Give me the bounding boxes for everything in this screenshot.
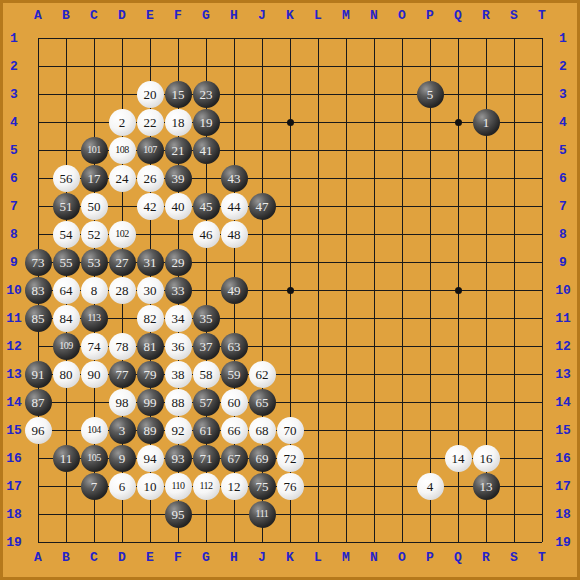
move-number: 75 [256, 480, 269, 493]
move-number: 52 [88, 228, 101, 241]
coord-label-right-2: 2 [559, 59, 567, 74]
coord-label-top-B: B [62, 8, 70, 23]
move-number: 98 [116, 396, 129, 409]
move-number: 99 [144, 396, 157, 409]
move-number: 30 [144, 284, 157, 297]
stone-black-51-B7[interactable]: 51 [53, 193, 80, 220]
stone-white-80-B13[interactable]: 80 [53, 361, 80, 388]
stone-white-56-B6[interactable]: 56 [53, 165, 80, 192]
move-number: 108 [115, 145, 129, 155]
move-number: 37 [200, 340, 213, 353]
stone-black-27-D9[interactable]: 27 [109, 249, 136, 276]
stone-black-29-F9[interactable]: 29 [165, 249, 192, 276]
coord-label-top-P: P [426, 8, 434, 23]
move-number: 74 [88, 340, 101, 353]
move-number: 2 [119, 116, 126, 129]
move-number: 80 [60, 368, 73, 381]
stone-black-15-F3[interactable]: 15 [165, 81, 192, 108]
stone-white-30-E10[interactable]: 30 [137, 277, 164, 304]
move-number: 36 [172, 340, 185, 353]
stone-black-75-J17[interactable]: 75 [249, 473, 276, 500]
move-number: 83 [32, 284, 45, 297]
stone-black-19-G4[interactable]: 19 [193, 109, 220, 136]
move-number: 34 [172, 312, 185, 325]
coord-label-left-7: 7 [10, 199, 18, 214]
move-number: 78 [116, 340, 129, 353]
stone-black-21-F5[interactable]: 21 [165, 137, 192, 164]
coord-label-left-4: 4 [10, 115, 18, 130]
move-number: 96 [32, 424, 45, 437]
move-number: 11 [60, 452, 73, 465]
stone-white-48-H8[interactable]: 48 [221, 221, 248, 248]
stone-white-52-C8[interactable]: 52 [81, 221, 108, 248]
move-number: 93 [172, 452, 185, 465]
stone-black-73-A9[interactable]: 73 [25, 249, 52, 276]
stone-black-1-R4[interactable]: 1 [473, 109, 500, 136]
move-number: 44 [228, 200, 241, 213]
stone-black-65-J14[interactable]: 65 [249, 389, 276, 416]
coord-label-right-5: 5 [559, 143, 567, 158]
move-number: 110 [171, 481, 184, 491]
stone-black-105-C16[interactable]: 105 [81, 445, 108, 472]
move-number: 10 [144, 480, 157, 493]
move-number: 46 [200, 228, 213, 241]
move-number: 15 [172, 88, 185, 101]
stone-white-40-F7[interactable]: 40 [165, 193, 192, 220]
stone-black-71-G16[interactable]: 71 [193, 445, 220, 472]
move-number: 48 [228, 228, 241, 241]
stone-white-104-C15[interactable]: 104 [81, 417, 108, 444]
stone-black-89-E15[interactable]: 89 [137, 417, 164, 444]
star-point-Q4 [455, 119, 462, 126]
stone-black-81-E12[interactable]: 81 [137, 333, 164, 360]
stone-white-4-P17[interactable]: 4 [417, 473, 444, 500]
move-number: 107 [143, 145, 157, 155]
coord-label-top-T: T [538, 8, 546, 23]
move-number: 105 [87, 453, 101, 463]
coord-label-top-Q: Q [454, 8, 462, 23]
stone-black-23-G3[interactable]: 23 [193, 81, 220, 108]
stone-white-84-B11[interactable]: 84 [53, 305, 80, 332]
star-point-K10 [287, 287, 294, 294]
coord-label-left-14: 14 [6, 395, 22, 410]
coord-label-top-C: C [90, 8, 98, 23]
stone-white-90-C13[interactable]: 90 [81, 361, 108, 388]
stone-white-18-F4[interactable]: 18 [165, 109, 192, 136]
move-number: 41 [200, 144, 213, 157]
stone-black-13-R17[interactable]: 13 [473, 473, 500, 500]
move-number: 62 [256, 368, 269, 381]
stone-white-24-D6[interactable]: 24 [109, 165, 136, 192]
coord-label-top-A: A [34, 8, 42, 23]
move-number: 43 [228, 172, 241, 185]
move-number: 50 [88, 200, 101, 213]
move-number: 72 [284, 452, 297, 465]
stone-white-82-E11[interactable]: 82 [137, 305, 164, 332]
move-number: 95 [172, 508, 185, 521]
stone-black-91-A13[interactable]: 91 [25, 361, 52, 388]
stone-white-112-G17[interactable]: 112 [193, 473, 220, 500]
move-number: 104 [87, 425, 101, 435]
coord-label-right-12: 12 [555, 339, 571, 354]
move-number: 90 [88, 368, 101, 381]
coord-label-right-6: 6 [559, 171, 567, 186]
move-number: 31 [144, 256, 157, 269]
stone-black-37-G12[interactable]: 37 [193, 333, 220, 360]
stone-white-110-F17[interactable]: 110 [165, 473, 192, 500]
move-number: 14 [452, 452, 465, 465]
move-number: 3 [119, 424, 126, 437]
move-number: 18 [172, 116, 185, 129]
stone-black-111-J18[interactable]: 111 [249, 501, 276, 528]
stone-black-113-C11[interactable]: 113 [81, 305, 108, 332]
move-number: 1 [483, 116, 490, 129]
move-number: 7 [91, 480, 98, 493]
coord-label-right-9: 9 [559, 255, 567, 270]
move-number: 53 [88, 256, 101, 269]
coord-label-top-E: E [146, 8, 154, 23]
move-number: 29 [172, 256, 185, 269]
coord-label-right-19: 19 [555, 535, 571, 550]
coord-label-top-M: M [342, 8, 350, 23]
stone-black-49-H10[interactable]: 49 [221, 277, 248, 304]
coord-label-left-19: 19 [6, 535, 22, 550]
stone-black-59-H13[interactable]: 59 [221, 361, 248, 388]
stone-black-5-P3[interactable]: 5 [417, 81, 444, 108]
stone-white-94-E16[interactable]: 94 [137, 445, 164, 472]
coord-label-left-5: 5 [10, 143, 18, 158]
move-number: 23 [200, 88, 213, 101]
stone-black-9-D16[interactable]: 9 [109, 445, 136, 472]
move-number: 39 [172, 172, 185, 185]
move-number: 4 [427, 480, 434, 493]
move-number: 81 [144, 340, 157, 353]
stone-white-28-D10[interactable]: 28 [109, 277, 136, 304]
move-number: 71 [200, 452, 213, 465]
coord-label-left-2: 2 [10, 59, 18, 74]
move-number: 87 [32, 396, 45, 409]
stone-white-92-F15[interactable]: 92 [165, 417, 192, 444]
coord-label-right-3: 3 [559, 87, 567, 102]
star-point-Q10 [455, 287, 462, 294]
coord-label-left-6: 6 [10, 171, 18, 186]
move-number: 92 [172, 424, 185, 437]
stone-black-41-G5[interactable]: 41 [193, 137, 220, 164]
move-number: 56 [60, 172, 73, 185]
move-number: 77 [116, 368, 129, 381]
coord-label-top-K: K [286, 8, 294, 23]
move-number: 40 [172, 200, 185, 213]
move-number: 85 [32, 312, 45, 325]
move-number: 9 [119, 452, 126, 465]
stone-black-99-E14[interactable]: 99 [137, 389, 164, 416]
stone-white-46-G8[interactable]: 46 [193, 221, 220, 248]
move-number: 20 [144, 88, 157, 101]
move-number: 73 [32, 256, 45, 269]
stone-white-42-E7[interactable]: 42 [137, 193, 164, 220]
stone-white-6-D17[interactable]: 6 [109, 473, 136, 500]
move-number: 65 [256, 396, 269, 409]
stone-black-95-F18[interactable]: 95 [165, 501, 192, 528]
coord-label-left-1: 1 [10, 31, 18, 46]
coord-label-top-N: N [370, 8, 378, 23]
stone-white-44-H7[interactable]: 44 [221, 193, 248, 220]
move-number: 55 [60, 256, 73, 269]
move-number: 47 [256, 200, 269, 213]
stone-black-33-F10[interactable]: 33 [165, 277, 192, 304]
move-number: 54 [60, 228, 73, 241]
go-board-app: AABBCCDDEEFFGGHHJJKKLLMMNNOOPPQQRRSSTT11… [0, 0, 580, 580]
move-number: 112 [199, 481, 212, 491]
move-number: 113 [87, 313, 100, 323]
stone-white-78-D12[interactable]: 78 [109, 333, 136, 360]
stone-white-96-A15[interactable]: 96 [25, 417, 52, 444]
stone-black-43-H6[interactable]: 43 [221, 165, 248, 192]
move-number: 16 [480, 452, 493, 465]
move-number: 49 [228, 284, 241, 297]
move-number: 101 [87, 145, 101, 155]
stone-black-77-D13[interactable]: 77 [109, 361, 136, 388]
move-number: 63 [228, 340, 241, 353]
stone-white-102-D8[interactable]: 102 [109, 221, 136, 248]
stone-black-93-F16[interactable]: 93 [165, 445, 192, 472]
coord-label-left-17: 17 [6, 479, 22, 494]
coord-label-top-O: O [398, 8, 406, 23]
stone-white-54-B8[interactable]: 54 [53, 221, 80, 248]
stone-white-108-D5[interactable]: 108 [109, 137, 136, 164]
stone-white-64-B10[interactable]: 64 [53, 277, 80, 304]
stone-white-68-J15[interactable]: 68 [249, 417, 276, 444]
coord-label-right-1: 1 [559, 31, 567, 46]
stone-black-45-G7[interactable]: 45 [193, 193, 220, 220]
stone-black-57-G14[interactable]: 57 [193, 389, 220, 416]
stone-black-79-E13[interactable]: 79 [137, 361, 164, 388]
coord-label-right-15: 15 [555, 423, 571, 438]
move-number: 58 [200, 368, 213, 381]
coord-label-top-F: F [174, 8, 182, 23]
move-number: 64 [60, 284, 73, 297]
move-number: 45 [200, 200, 213, 213]
stone-white-88-F14[interactable]: 88 [165, 389, 192, 416]
stone-white-58-G13[interactable]: 58 [193, 361, 220, 388]
move-number: 109 [59, 341, 73, 351]
move-number: 88 [172, 396, 185, 409]
coord-label-left-11: 11 [6, 311, 22, 326]
move-number: 22 [144, 116, 157, 129]
move-number: 61 [200, 424, 213, 437]
move-number: 111 [256, 509, 269, 519]
stone-white-34-F11[interactable]: 34 [165, 305, 192, 332]
coord-label-top-H: H [230, 8, 238, 23]
coord-label-left-3: 3 [10, 87, 18, 102]
move-number: 8 [91, 284, 98, 297]
coord-label-left-8: 8 [10, 227, 18, 242]
stone-black-35-G11[interactable]: 35 [193, 305, 220, 332]
stone-white-8-C10[interactable]: 8 [81, 277, 108, 304]
move-number: 51 [60, 200, 73, 213]
stone-black-31-E9[interactable]: 31 [137, 249, 164, 276]
coord-label-left-16: 16 [6, 451, 22, 466]
coord-label-top-J: J [258, 8, 266, 23]
coord-label-right-17: 17 [555, 479, 571, 494]
move-number: 27 [116, 256, 129, 269]
stone-white-36-F12[interactable]: 36 [165, 333, 192, 360]
stone-white-66-H15[interactable]: 66 [221, 417, 248, 444]
coord-label-right-8: 8 [559, 227, 567, 242]
coord-label-right-13: 13 [555, 367, 571, 382]
stone-white-10-E17[interactable]: 10 [137, 473, 164, 500]
coord-label-right-11: 11 [555, 311, 571, 326]
stone-white-22-E4[interactable]: 22 [137, 109, 164, 136]
coord-label-left-12: 12 [6, 339, 22, 354]
stone-white-98-D14[interactable]: 98 [109, 389, 136, 416]
move-number: 69 [256, 452, 269, 465]
stone-white-20-E3[interactable]: 20 [137, 81, 164, 108]
coord-label-right-14: 14 [555, 395, 571, 410]
coord-label-left-13: 13 [6, 367, 22, 382]
move-number: 42 [144, 200, 157, 213]
stone-black-39-F6[interactable]: 39 [165, 165, 192, 192]
stone-white-74-C12[interactable]: 74 [81, 333, 108, 360]
stone-white-50-C7[interactable]: 50 [81, 193, 108, 220]
coord-label-top-L: L [314, 8, 322, 23]
coord-label-right-7: 7 [559, 199, 567, 214]
stone-black-83-A10[interactable]: 83 [25, 277, 52, 304]
move-number: 28 [116, 284, 129, 297]
stone-black-11-B16[interactable]: 11 [53, 445, 80, 472]
stone-black-107-E5[interactable]: 107 [137, 137, 164, 164]
coord-label-top-D: D [118, 8, 126, 23]
stone-black-63-H12[interactable]: 63 [221, 333, 248, 360]
move-number: 12 [228, 480, 241, 493]
move-number: 26 [144, 172, 157, 185]
stone-black-87-A14[interactable]: 87 [25, 389, 52, 416]
coord-label-top-G: G [202, 8, 210, 23]
stone-white-70-K15[interactable]: 70 [277, 417, 304, 444]
stone-black-101-C5[interactable]: 101 [81, 137, 108, 164]
move-number: 68 [256, 424, 269, 437]
stone-black-61-G15[interactable]: 61 [193, 417, 220, 444]
move-number: 82 [144, 312, 157, 325]
move-number: 66 [228, 424, 241, 437]
move-number: 6 [119, 480, 126, 493]
coord-label-top-R: R [482, 8, 490, 23]
stone-white-16-R16[interactable]: 16 [473, 445, 500, 472]
stone-white-62-J13[interactable]: 62 [249, 361, 276, 388]
stone-white-2-D4[interactable]: 2 [109, 109, 136, 136]
move-number: 35 [200, 312, 213, 325]
stone-black-47-J7[interactable]: 47 [249, 193, 276, 220]
move-number: 21 [172, 144, 185, 157]
move-number: 57 [200, 396, 213, 409]
move-number: 84 [60, 312, 73, 325]
stone-black-109-B12[interactable]: 109 [53, 333, 80, 360]
coord-label-right-18: 18 [555, 507, 571, 522]
coord-label-right-4: 4 [559, 115, 567, 130]
move-number: 19 [200, 116, 213, 129]
move-number: 102 [115, 229, 129, 239]
coord-label-left-10: 10 [6, 283, 22, 298]
star-point-K4 [287, 119, 294, 126]
move-number: 38 [172, 368, 185, 381]
coord-label-left-15: 15 [6, 423, 22, 438]
move-number: 76 [284, 480, 297, 493]
move-number: 60 [228, 396, 241, 409]
stone-black-85-A11[interactable]: 85 [25, 305, 52, 332]
move-number: 5 [427, 88, 434, 101]
coord-label-left-9: 9 [10, 255, 18, 270]
stone-white-60-H14[interactable]: 60 [221, 389, 248, 416]
coord-label-right-16: 16 [555, 451, 571, 466]
move-number: 17 [88, 172, 101, 185]
stone-black-55-B9[interactable]: 55 [53, 249, 80, 276]
move-number: 24 [116, 172, 129, 185]
stone-black-17-C6[interactable]: 17 [81, 165, 108, 192]
stone-white-72-K16[interactable]: 72 [277, 445, 304, 472]
stone-black-3-D15[interactable]: 3 [109, 417, 136, 444]
stone-black-53-C9[interactable]: 53 [81, 249, 108, 276]
move-number: 94 [144, 452, 157, 465]
move-number: 13 [480, 480, 493, 493]
move-number: 89 [144, 424, 157, 437]
stone-black-67-H16[interactable]: 67 [221, 445, 248, 472]
coord-label-left-18: 18 [6, 507, 22, 522]
go-board[interactable]: 1234567891011121314151617181920212223242… [24, 24, 556, 556]
move-number: 70 [284, 424, 297, 437]
coord-label-top-S: S [510, 8, 518, 23]
stone-black-7-C17[interactable]: 7 [81, 473, 108, 500]
stone-white-14-Q16[interactable]: 14 [445, 445, 472, 472]
stone-white-26-E6[interactable]: 26 [137, 165, 164, 192]
move-number: 59 [228, 368, 241, 381]
stone-white-12-H17[interactable]: 12 [221, 473, 248, 500]
move-number: 67 [228, 452, 241, 465]
move-number: 91 [32, 368, 45, 381]
stone-black-69-J16[interactable]: 69 [249, 445, 276, 472]
stone-white-76-K17[interactable]: 76 [277, 473, 304, 500]
stone-white-38-F13[interactable]: 38 [165, 361, 192, 388]
move-number: 79 [144, 368, 157, 381]
coord-label-right-10: 10 [555, 283, 571, 298]
move-number: 33 [172, 284, 185, 297]
